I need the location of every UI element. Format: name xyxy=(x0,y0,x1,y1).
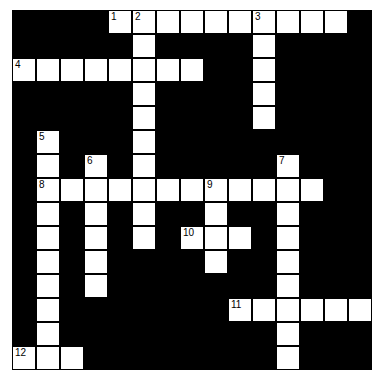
black-cell-r5c13 xyxy=(324,130,348,154)
white-cell-r14c0[interactable]: 12 xyxy=(12,346,36,370)
black-cell-r5c7 xyxy=(180,130,204,154)
white-cell-r0c4[interactable]: 1 xyxy=(108,10,132,34)
black-cell-r12c6 xyxy=(156,298,180,322)
black-cell-r14c6 xyxy=(156,346,180,370)
black-cell-r10c12 xyxy=(300,250,324,274)
clue-number-7: 7 xyxy=(279,155,285,167)
black-cell-r10c6 xyxy=(156,250,180,274)
black-cell-r6c13 xyxy=(324,154,348,178)
black-cell-r8c12 xyxy=(300,202,324,226)
black-cell-r10c5 xyxy=(132,250,156,274)
black-cell-r14c4 xyxy=(108,346,132,370)
white-cell-r12c1[interactable] xyxy=(36,298,60,322)
black-cell-r8c10 xyxy=(252,202,276,226)
clue-number-2: 2 xyxy=(135,11,141,23)
black-cell-r7c0 xyxy=(12,178,36,202)
black-cell-r14c12 xyxy=(300,346,324,370)
black-cell-r3c2 xyxy=(60,82,84,106)
white-cell-r7c11[interactable] xyxy=(276,178,300,202)
black-cell-r2c12 xyxy=(300,58,324,82)
clue-number-12: 12 xyxy=(15,347,26,359)
black-cell-r0c0 xyxy=(12,10,36,34)
black-cell-r11c0 xyxy=(12,274,36,298)
clue-number-6: 6 xyxy=(87,155,93,167)
black-cell-r5c8 xyxy=(204,130,228,154)
white-cell-r12c9[interactable]: 11 xyxy=(228,298,252,322)
black-cell-r14c7 xyxy=(180,346,204,370)
black-cell-r1c13 xyxy=(324,34,348,58)
black-cell-r6c6 xyxy=(156,154,180,178)
black-cell-r9c14 xyxy=(348,226,372,250)
black-cell-r11c14 xyxy=(348,274,372,298)
white-cell-r3c5[interactable] xyxy=(132,82,156,106)
black-cell-r6c0 xyxy=(12,154,36,178)
black-cell-r8c7 xyxy=(180,202,204,226)
black-cell-r11c4 xyxy=(108,274,132,298)
black-cell-r11c7 xyxy=(180,274,204,298)
black-cell-r7c14 xyxy=(348,178,372,202)
white-cell-r12c12[interactable] xyxy=(300,298,324,322)
black-cell-r9c13 xyxy=(324,226,348,250)
black-cell-r13c14 xyxy=(348,322,372,346)
black-cell-r13c6 xyxy=(156,322,180,346)
white-cell-r11c1[interactable] xyxy=(36,274,60,298)
white-cell-r13c11[interactable] xyxy=(276,322,300,346)
black-cell-r1c4 xyxy=(108,34,132,58)
white-cell-r7c6[interactable] xyxy=(156,178,180,202)
black-cell-r5c11 xyxy=(276,130,300,154)
black-cell-r13c5 xyxy=(132,322,156,346)
white-cell-r4c10[interactable] xyxy=(252,106,276,130)
black-cell-r6c7 xyxy=(180,154,204,178)
white-cell-r6c11[interactable]: 7 xyxy=(276,154,300,178)
black-cell-r8c0 xyxy=(12,202,36,226)
black-cell-r9c0 xyxy=(12,226,36,250)
black-cell-r10c13 xyxy=(324,250,348,274)
white-cell-r12c11[interactable] xyxy=(276,298,300,322)
white-cell-r9c1[interactable] xyxy=(36,226,60,250)
black-cell-r3c13 xyxy=(324,82,348,106)
black-cell-r4c6 xyxy=(156,106,180,130)
black-cell-r13c8 xyxy=(204,322,228,346)
black-cell-r10c14 xyxy=(348,250,372,274)
black-cell-r14c3 xyxy=(84,346,108,370)
black-cell-r11c10 xyxy=(252,274,276,298)
black-cell-r3c12 xyxy=(300,82,324,106)
black-cell-r4c13 xyxy=(324,106,348,130)
black-cell-r11c12 xyxy=(300,274,324,298)
black-cell-r11c13 xyxy=(324,274,348,298)
clue-number-4: 4 xyxy=(15,59,21,71)
black-cell-r13c13 xyxy=(324,322,348,346)
black-cell-r1c1 xyxy=(36,34,60,58)
black-cell-r10c7 xyxy=(180,250,204,274)
white-cell-r12c10[interactable] xyxy=(252,298,276,322)
black-cell-r2c9 xyxy=(228,58,252,82)
clue-number-3: 3 xyxy=(255,11,261,23)
black-cell-r12c0 xyxy=(12,298,36,322)
black-cell-r6c10 xyxy=(252,154,276,178)
black-cell-r5c9 xyxy=(228,130,252,154)
black-cell-r4c12 xyxy=(300,106,324,130)
white-cell-r0c11[interactable] xyxy=(276,10,300,34)
black-cell-r14c14 xyxy=(348,346,372,370)
black-cell-r8c14 xyxy=(348,202,372,226)
white-cell-r8c1[interactable] xyxy=(36,202,60,226)
black-cell-r1c2 xyxy=(60,34,84,58)
black-cell-r1c11 xyxy=(276,34,300,58)
black-cell-r13c2 xyxy=(60,322,84,346)
black-cell-r1c3 xyxy=(84,34,108,58)
black-cell-r12c8 xyxy=(204,298,228,322)
black-cell-r5c4 xyxy=(108,130,132,154)
black-cell-r13c3 xyxy=(84,322,108,346)
black-cell-r5c10 xyxy=(252,130,276,154)
black-cell-r5c12 xyxy=(300,130,324,154)
black-cell-r3c11 xyxy=(276,82,300,106)
white-cell-r7c9[interactable] xyxy=(228,178,252,202)
black-cell-r1c14 xyxy=(348,34,372,58)
white-cell-r9c9[interactable] xyxy=(228,226,252,250)
white-cell-r7c4[interactable] xyxy=(108,178,132,202)
white-cell-r5c5[interactable] xyxy=(132,130,156,154)
black-cell-r6c12 xyxy=(300,154,324,178)
black-cell-r12c7 xyxy=(180,298,204,322)
black-cell-r9c10 xyxy=(252,226,276,250)
white-cell-r6c5[interactable] xyxy=(132,154,156,178)
clue-number-9: 9 xyxy=(207,179,213,191)
black-cell-r5c3 xyxy=(84,130,108,154)
black-cell-r11c8 xyxy=(204,274,228,298)
black-cell-r11c6 xyxy=(156,274,180,298)
black-cell-r4c9 xyxy=(228,106,252,130)
black-cell-r14c10 xyxy=(252,346,276,370)
white-cell-r7c2[interactable] xyxy=(60,178,84,202)
black-cell-r0c3 xyxy=(84,10,108,34)
black-cell-r3c4 xyxy=(108,82,132,106)
black-cell-r2c8 xyxy=(204,58,228,82)
black-cell-r13c7 xyxy=(180,322,204,346)
white-cell-r0c9[interactable] xyxy=(228,10,252,34)
white-cell-r2c3[interactable] xyxy=(84,58,108,82)
black-cell-r4c11 xyxy=(276,106,300,130)
white-cell-r13c1[interactable] xyxy=(36,322,60,346)
white-cell-r2c10[interactable] xyxy=(252,58,276,82)
white-cell-r7c3[interactable] xyxy=(84,178,108,202)
black-cell-r3c3 xyxy=(84,82,108,106)
black-cell-r0c14 xyxy=(348,10,372,34)
black-cell-r3c14 xyxy=(348,82,372,106)
black-cell-r4c14 xyxy=(348,106,372,130)
white-cell-r6c3[interactable]: 6 xyxy=(84,154,108,178)
white-cell-r0c8[interactable] xyxy=(204,10,228,34)
white-cell-r10c1[interactable] xyxy=(36,250,60,274)
clue-number-10: 10 xyxy=(183,227,194,239)
white-cell-r7c1[interactable]: 8 xyxy=(36,178,60,202)
black-cell-r6c8 xyxy=(204,154,228,178)
black-cell-r10c10 xyxy=(252,250,276,274)
black-cell-r14c9 xyxy=(228,346,252,370)
black-cell-r3c6 xyxy=(156,82,180,106)
black-cell-r5c2 xyxy=(60,130,84,154)
white-cell-r3c10[interactable] xyxy=(252,82,276,106)
black-cell-r10c9 xyxy=(228,250,252,274)
white-cell-r12c13[interactable] xyxy=(324,298,348,322)
black-cell-r12c5 xyxy=(132,298,156,322)
black-cell-r1c7 xyxy=(180,34,204,58)
white-cell-r9c5[interactable] xyxy=(132,226,156,250)
white-cell-r8c3[interactable] xyxy=(84,202,108,226)
white-cell-r11c3[interactable] xyxy=(84,274,108,298)
white-cell-r2c0[interactable]: 4 xyxy=(12,58,36,82)
white-cell-r14c1[interactable] xyxy=(36,346,60,370)
white-cell-r10c8[interactable] xyxy=(204,250,228,274)
white-cell-r7c12[interactable] xyxy=(300,178,324,202)
white-cell-r6c1[interactable] xyxy=(36,154,60,178)
black-cell-r3c1 xyxy=(36,82,60,106)
white-cell-r8c11[interactable] xyxy=(276,202,300,226)
black-cell-r8c9 xyxy=(228,202,252,226)
black-cell-r8c13 xyxy=(324,202,348,226)
black-cell-r3c7 xyxy=(180,82,204,106)
black-cell-r8c2 xyxy=(60,202,84,226)
white-cell-r9c7[interactable]: 10 xyxy=(180,226,204,250)
white-cell-r9c3[interactable] xyxy=(84,226,108,250)
black-cell-r1c8 xyxy=(204,34,228,58)
black-cell-r9c12 xyxy=(300,226,324,250)
white-cell-r12c14[interactable] xyxy=(348,298,372,322)
white-cell-r2c6[interactable] xyxy=(156,58,180,82)
black-cell-r0c1 xyxy=(36,10,60,34)
black-cell-r14c5 xyxy=(132,346,156,370)
white-cell-r0c13[interactable] xyxy=(324,10,348,34)
white-cell-r10c3[interactable] xyxy=(84,250,108,274)
white-cell-r0c7[interactable] xyxy=(180,10,204,34)
white-cell-r0c12[interactable] xyxy=(300,10,324,34)
white-cell-r8c8[interactable] xyxy=(204,202,228,226)
black-cell-r2c11 xyxy=(276,58,300,82)
black-cell-r12c4 xyxy=(108,298,132,322)
black-cell-r6c2 xyxy=(60,154,84,178)
black-cell-r3c0 xyxy=(12,82,36,106)
white-cell-r0c5[interactable]: 2 xyxy=(132,10,156,34)
white-cell-r7c8[interactable]: 9 xyxy=(204,178,228,202)
crossword-page: 123456789101112 xyxy=(0,0,384,381)
black-cell-r7c13 xyxy=(324,178,348,202)
clue-number-1: 1 xyxy=(111,11,117,23)
black-cell-r1c0 xyxy=(12,34,36,58)
black-cell-r4c8 xyxy=(204,106,228,130)
black-cell-r4c1 xyxy=(36,106,60,130)
black-cell-r1c12 xyxy=(300,34,324,58)
black-cell-r9c4 xyxy=(108,226,132,250)
black-cell-r13c12 xyxy=(300,322,324,346)
black-cell-r14c8 xyxy=(204,346,228,370)
crossword-grid: 123456789101112 xyxy=(12,10,372,370)
white-cell-r1c10[interactable] xyxy=(252,34,276,58)
black-cell-r6c4 xyxy=(108,154,132,178)
black-cell-r4c3 xyxy=(84,106,108,130)
black-cell-r12c3 xyxy=(84,298,108,322)
clue-number-11: 11 xyxy=(231,299,241,311)
black-cell-r11c2 xyxy=(60,274,84,298)
black-cell-r13c4 xyxy=(108,322,132,346)
black-cell-r5c6 xyxy=(156,130,180,154)
white-cell-r14c2[interactable] xyxy=(60,346,84,370)
black-cell-r5c14 xyxy=(348,130,372,154)
black-cell-r9c2 xyxy=(60,226,84,250)
black-cell-r10c4 xyxy=(108,250,132,274)
black-cell-r14c13 xyxy=(324,346,348,370)
black-cell-r5c0 xyxy=(12,130,36,154)
white-cell-r11c11[interactable] xyxy=(276,274,300,298)
clue-number-8: 8 xyxy=(39,179,45,191)
black-cell-r8c4 xyxy=(108,202,132,226)
black-cell-r6c14 xyxy=(348,154,372,178)
white-cell-r7c7[interactable] xyxy=(180,178,204,202)
white-cell-r4c5[interactable] xyxy=(132,106,156,130)
black-cell-r2c13 xyxy=(324,58,348,82)
black-cell-r9c6 xyxy=(156,226,180,250)
white-cell-r10c11[interactable] xyxy=(276,250,300,274)
white-cell-r8c5[interactable] xyxy=(132,202,156,226)
black-cell-r2c14 xyxy=(348,58,372,82)
white-cell-r2c4[interactable] xyxy=(108,58,132,82)
black-cell-r3c9 xyxy=(228,82,252,106)
black-cell-r13c10 xyxy=(252,322,276,346)
black-cell-r3c8 xyxy=(204,82,228,106)
black-cell-r4c0 xyxy=(12,106,36,130)
white-cell-r2c5[interactable] xyxy=(132,58,156,82)
black-cell-r1c6 xyxy=(156,34,180,58)
white-cell-r0c10[interactable]: 3 xyxy=(252,10,276,34)
white-cell-r0c6[interactable] xyxy=(156,10,180,34)
black-cell-r10c0 xyxy=(12,250,36,274)
black-cell-r1c9 xyxy=(228,34,252,58)
black-cell-r13c0 xyxy=(12,322,36,346)
white-cell-r7c5[interactable] xyxy=(132,178,156,202)
black-cell-r11c9 xyxy=(228,274,252,298)
white-cell-r2c2[interactable] xyxy=(60,58,84,82)
black-cell-r0c2 xyxy=(60,10,84,34)
black-cell-r4c7 xyxy=(180,106,204,130)
white-cell-r5c1[interactable]: 5 xyxy=(36,130,60,154)
black-cell-r4c4 xyxy=(108,106,132,130)
black-cell-r8c6 xyxy=(156,202,180,226)
white-cell-r9c8[interactable] xyxy=(204,226,228,250)
white-cell-r2c7[interactable] xyxy=(180,58,204,82)
black-cell-r10c2 xyxy=(60,250,84,274)
clue-number-5: 5 xyxy=(39,131,45,143)
white-cell-r14c11[interactable] xyxy=(276,346,300,370)
white-cell-r1c5[interactable] xyxy=(132,34,156,58)
white-cell-r9c11[interactable] xyxy=(276,226,300,250)
black-cell-r4c2 xyxy=(60,106,84,130)
black-cell-r6c9 xyxy=(228,154,252,178)
white-cell-r7c10[interactable] xyxy=(252,178,276,202)
black-cell-r13c9 xyxy=(228,322,252,346)
white-cell-r2c1[interactable] xyxy=(36,58,60,82)
black-cell-r11c5 xyxy=(132,274,156,298)
black-cell-r12c2 xyxy=(60,298,84,322)
